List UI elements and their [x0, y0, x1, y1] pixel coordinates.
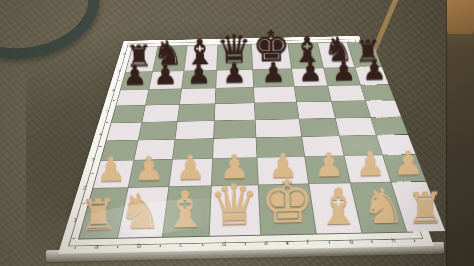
square-g5[interactable] [332, 101, 370, 118]
black-pawn-c7[interactable]: ♟ [186, 60, 211, 88]
square-f4[interactable] [299, 118, 339, 136]
square-h6[interactable] [361, 85, 395, 101]
black-pawn-b7[interactable]: ♟ [153, 61, 178, 89]
black-pawn-a7[interactable]: ♟ [122, 61, 147, 89]
square-e1[interactable]: ♚ [259, 184, 316, 235]
black-pawn-g7[interactable]: ♟ [331, 57, 356, 85]
square-e5[interactable] [255, 102, 299, 119]
white-knight-b1[interactable]: ♞ [118, 187, 163, 236]
white-king-e1[interactable]: ♚ [260, 172, 315, 233]
board-plane: ♜♞♝♛♚♝♞♜♟♟♟♟♟♟♟♟♟♟♟♟♟♟♟♟♜♞♝♛♚♝♞♜ 8765432… [58, 36, 434, 254]
white-pawn-b2[interactable]: ♟ [133, 152, 164, 186]
white-bishop-c1[interactable]: ♝ [162, 184, 208, 235]
square-b6[interactable] [146, 89, 181, 105]
white-pawn-a2[interactable]: ♟ [95, 152, 126, 186]
board-squares: ♜♞♝♛♚♝♞♜♟♟♟♟♟♟♟♟♟♟♟♟♟♟♟♟♜♞♝♛♚♝♞♜ [78, 42, 413, 240]
square-g4[interactable] [336, 117, 376, 135]
square-c7[interactable]: ♟ [182, 70, 216, 88]
square-d6[interactable] [215, 88, 253, 104]
square-h7[interactable]: ♟ [355, 67, 389, 85]
square-e4[interactable] [255, 119, 300, 138]
white-rook-h1[interactable]: ♜ [406, 187, 445, 231]
square-b7[interactable]: ♟ [150, 71, 184, 89]
photo-scene: ♜♞♝♛♚♝♞♜♟♟♟♟♟♟♟♟♟♟♟♟♟♟♟♟♜♞♝♛♚♝♞♜ 8765432… [0, 0, 474, 266]
square-b5[interactable] [143, 105, 180, 122]
square-b4[interactable] [139, 122, 177, 140]
square-h4[interactable] [371, 117, 408, 135]
square-a5[interactable] [112, 105, 146, 122]
square-b1[interactable]: ♞ [119, 187, 169, 238]
square-c1[interactable]: ♝ [163, 186, 211, 237]
counter-side-strip [446, 0, 474, 266]
white-pawn-h2[interactable]: ♟ [393, 146, 424, 180]
white-rook-a1[interactable]: ♜ [79, 193, 118, 237]
black-pawn-h7[interactable]: ♟ [362, 56, 387, 84]
board-paper: ♜♞♝♛♚♝♞♜♟♟♟♟♟♟♟♟♟♟♟♟♟♟♟♟♜♞♝♛♚♝♞♜ 8765432… [58, 36, 434, 254]
square-a7[interactable]: ♟ [121, 72, 153, 90]
wood-corner-patch [447, 0, 474, 34]
black-pawn-f7[interactable]: ♟ [298, 58, 323, 86]
square-d5[interactable] [215, 103, 255, 120]
chess-board: ♜♞♝♛♚♝♞♜♟♟♟♟♟♟♟♟♟♟♟♟♟♟♟♟♜♞♝♛♚♝♞♜ 8765432… [50, 0, 434, 254]
square-g7[interactable]: ♟ [324, 68, 360, 86]
square-c4[interactable] [176, 121, 214, 139]
square-d7[interactable]: ♟ [216, 70, 253, 88]
square-f5[interactable] [297, 101, 335, 118]
square-c5[interactable] [178, 104, 215, 121]
square-e6[interactable] [254, 87, 296, 103]
square-e7[interactable]: ♟ [253, 69, 293, 87]
square-h5[interactable] [366, 100, 401, 117]
square-a4[interactable] [107, 122, 142, 140]
black-pawn-d7[interactable]: ♟ [222, 59, 247, 87]
square-f7[interactable]: ♟ [292, 68, 328, 86]
white-bishop-f1[interactable]: ♝ [315, 180, 361, 231]
square-d4[interactable] [214, 120, 256, 138]
white-queen-d1[interactable]: ♛ [208, 177, 260, 234]
square-f1[interactable]: ♝ [309, 183, 362, 233]
white-knight-g1[interactable]: ♞ [361, 182, 406, 231]
square-d1[interactable]: ♛ [210, 185, 261, 236]
black-pawn-e7[interactable]: ♟ [261, 59, 286, 87]
